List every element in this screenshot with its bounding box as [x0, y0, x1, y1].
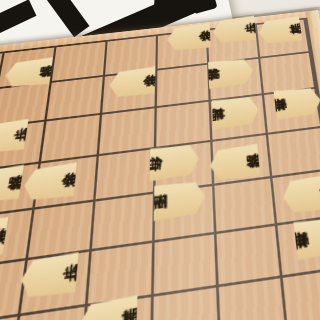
piece-kanji: 歩兵 [0, 130, 4, 144]
piece-kanji: 桂馬 [306, 187, 310, 203]
piece-kanji: 金将 [131, 76, 134, 88]
square[interactable] [214, 178, 277, 234]
piece-kanji: 銀将 [229, 67, 232, 79]
piece-kanji: 香車 [296, 96, 300, 109]
piece-kanji: 角行 [173, 154, 175, 169]
piece-kanji: 歩兵 [47, 267, 52, 285]
piece-kanji: 金将 [48, 175, 52, 190]
piece-kanji: 銀将 [26, 67, 30, 79]
shogi-board: 銀将金将歩兵桂馬金将銀将歩兵桂馬香車銀将金将角行銀将金将龍王桂馬飛車歩兵香車歩兵… [0, 10, 320, 320]
piece-kanji: 銀将 [233, 156, 236, 171]
piece-kanji: 桂馬 [234, 106, 237, 119]
piece-kanji: 歩兵 [233, 24, 236, 35]
piece-kanji: 龍王 [178, 192, 181, 208]
piece-kanji: 金将 [188, 32, 190, 43]
square[interactable] [92, 194, 156, 252]
square[interactable] [283, 269, 320, 320]
square[interactable] [88, 243, 155, 307]
shogi-photo-scene: 銀将金将歩兵桂馬金将銀将歩兵桂馬香車銀将金将角行銀将金将龍王桂馬飛車歩兵香車歩兵… [0, 0, 320, 320]
square[interactable] [268, 128, 320, 178]
piece-kanji: 桂馬 [278, 25, 281, 36]
square[interactable] [154, 234, 219, 297]
square[interactable] [216, 226, 282, 288]
piece-kanji: 桂馬 [106, 311, 110, 320]
board-grid: 銀将金将歩兵桂馬金将銀将歩兵桂馬香車銀将金将角行銀将金将龍王桂馬飛車歩兵香車歩兵… [0, 18, 320, 320]
